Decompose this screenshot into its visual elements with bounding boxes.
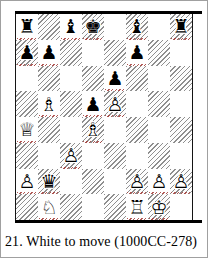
white-pawn: ♟♙ xyxy=(148,169,170,195)
square-f4 xyxy=(126,117,148,143)
square-e1 xyxy=(104,194,126,220)
square-b8 xyxy=(38,14,60,40)
square-d8: ♚♚ xyxy=(82,14,104,40)
square-a4: ♛♕ xyxy=(16,117,38,143)
square-c2 xyxy=(60,169,82,195)
square-h4 xyxy=(170,117,192,143)
square-c7 xyxy=(60,40,82,66)
square-e3 xyxy=(104,143,126,169)
square-a7: ♟♟ xyxy=(16,40,38,66)
square-h7 xyxy=(170,40,192,66)
piece-glyph: ♙ xyxy=(106,95,123,114)
square-b6 xyxy=(38,66,60,92)
black-pawn: ♟♟ xyxy=(38,40,60,66)
piece-glyph: ♜ xyxy=(172,17,189,36)
square-d3 xyxy=(82,143,104,169)
square-f2: ♟♙ xyxy=(126,169,148,195)
piece-glyph: ♙ xyxy=(172,172,189,191)
square-e2 xyxy=(104,169,126,195)
square-b4 xyxy=(38,117,60,143)
square-e6: ♟♟ xyxy=(104,66,126,92)
piece-glyph: ♟ xyxy=(106,69,123,88)
square-f1: ♜♖ xyxy=(126,194,148,220)
piece-glyph: ♟ xyxy=(128,43,145,62)
piece-glyph: ♟ xyxy=(18,43,35,62)
diagram-caption: 21. White to move (1000CC-278) xyxy=(5,234,197,250)
white-rook: ♜♖ xyxy=(126,194,148,220)
square-g7 xyxy=(148,40,170,66)
square-c8: ♝♝ xyxy=(60,14,82,40)
piece-glyph: ♝ xyxy=(62,17,79,36)
square-c5 xyxy=(60,91,82,117)
square-h5 xyxy=(170,91,192,117)
square-c1 xyxy=(60,194,82,220)
piece-glyph: ♙ xyxy=(18,172,35,191)
square-c6 xyxy=(60,66,82,92)
square-a1 xyxy=(16,194,38,220)
square-d2 xyxy=(82,169,104,195)
square-f8: ♝♝ xyxy=(126,14,148,40)
white-knight: ♞♘ xyxy=(38,194,60,220)
square-b7: ♟♟ xyxy=(38,40,60,66)
piece-glyph: ♗ xyxy=(40,95,57,114)
square-f7: ♟♟ xyxy=(126,40,148,66)
square-a2: ♟♙ xyxy=(16,169,38,195)
square-b5: ♝♗ xyxy=(38,91,60,117)
piece-glyph: ♗ xyxy=(84,120,101,139)
piece-glyph: ♙ xyxy=(128,172,145,191)
piece-glyph: ♔ xyxy=(150,198,167,217)
square-g3 xyxy=(148,143,170,169)
square-g5 xyxy=(148,91,170,117)
square-c3: ♟♙ xyxy=(60,143,82,169)
square-a6 xyxy=(16,66,38,92)
square-c4 xyxy=(60,117,82,143)
piece-glyph: ♚ xyxy=(84,17,101,36)
white-pawn: ♟♙ xyxy=(104,91,126,117)
white-bishop: ♝♗ xyxy=(82,117,104,143)
black-pawn: ♟♟ xyxy=(82,91,104,117)
square-d6 xyxy=(82,66,104,92)
piece-glyph: ♙ xyxy=(62,146,79,165)
square-h1 xyxy=(170,194,192,220)
square-h6 xyxy=(170,66,192,92)
square-d7 xyxy=(82,40,104,66)
white-king: ♚♔ xyxy=(148,194,170,220)
black-bishop: ♝♝ xyxy=(60,14,82,40)
square-e8 xyxy=(104,14,126,40)
board: ♜♜♝♝♚♚♝♝♜♜♟♟♟♟♟♟♟♟♝♗♟♟♟♙♛♕♝♗♟♙♟♙♛♛♟♙♟♙♟♙… xyxy=(15,14,193,220)
piece-glyph: ♟ xyxy=(84,95,101,114)
square-e7 xyxy=(104,40,126,66)
square-g1: ♚♔ xyxy=(148,194,170,220)
square-f6 xyxy=(126,66,148,92)
black-pawn: ♟♟ xyxy=(126,40,148,66)
square-b2: ♛♛ xyxy=(38,169,60,195)
square-d1 xyxy=(82,194,104,220)
black-pawn: ♟♟ xyxy=(104,66,126,92)
square-e4 xyxy=(104,117,126,143)
piece-glyph: ♙ xyxy=(150,172,167,191)
piece-glyph: ♖ xyxy=(128,198,145,217)
black-pawn: ♟♟ xyxy=(16,40,38,66)
black-rook: ♜♜ xyxy=(16,14,38,40)
chess-diagram-page: ♜♜♝♝♚♚♝♝♜♜♟♟♟♟♟♟♟♟♝♗♟♟♟♙♛♕♝♗♟♙♟♙♛♛♟♙♟♙♟♙… xyxy=(0,0,208,258)
white-bishop: ♝♗ xyxy=(38,91,60,117)
square-a8: ♜♜ xyxy=(16,14,38,40)
board-bottom-border xyxy=(15,220,202,223)
square-d5: ♟♟ xyxy=(82,91,104,117)
black-rook: ♜♜ xyxy=(170,14,192,40)
piece-glyph: ♟ xyxy=(40,43,57,62)
square-h3 xyxy=(170,143,192,169)
square-a5 xyxy=(16,91,38,117)
piece-glyph: ♝ xyxy=(128,17,145,36)
piece-glyph: ♘ xyxy=(40,198,57,217)
square-h8: ♜♜ xyxy=(170,14,192,40)
piece-glyph: ♕ xyxy=(18,120,35,139)
square-f3 xyxy=(126,143,148,169)
white-pawn: ♟♙ xyxy=(16,169,38,195)
square-d4: ♝♗ xyxy=(82,117,104,143)
square-g4 xyxy=(148,117,170,143)
white-pawn: ♟♙ xyxy=(170,169,192,195)
black-queen: ♛♛ xyxy=(38,169,60,195)
square-a3 xyxy=(16,143,38,169)
piece-glyph: ♛ xyxy=(40,172,57,191)
black-king: ♚♚ xyxy=(82,14,104,40)
black-bishop: ♝♝ xyxy=(126,14,148,40)
square-h2: ♟♙ xyxy=(170,169,192,195)
square-g8 xyxy=(148,14,170,40)
white-pawn: ♟♙ xyxy=(60,143,82,169)
piece-glyph: ♜ xyxy=(18,17,35,36)
square-e5: ♟♙ xyxy=(104,91,126,117)
square-b1: ♞♘ xyxy=(38,194,60,220)
white-queen: ♛♕ xyxy=(16,117,38,143)
square-b3 xyxy=(38,143,60,169)
square-f5 xyxy=(126,91,148,117)
white-pawn: ♟♙ xyxy=(126,169,148,195)
square-g2: ♟♙ xyxy=(148,169,170,195)
square-g6 xyxy=(148,66,170,92)
